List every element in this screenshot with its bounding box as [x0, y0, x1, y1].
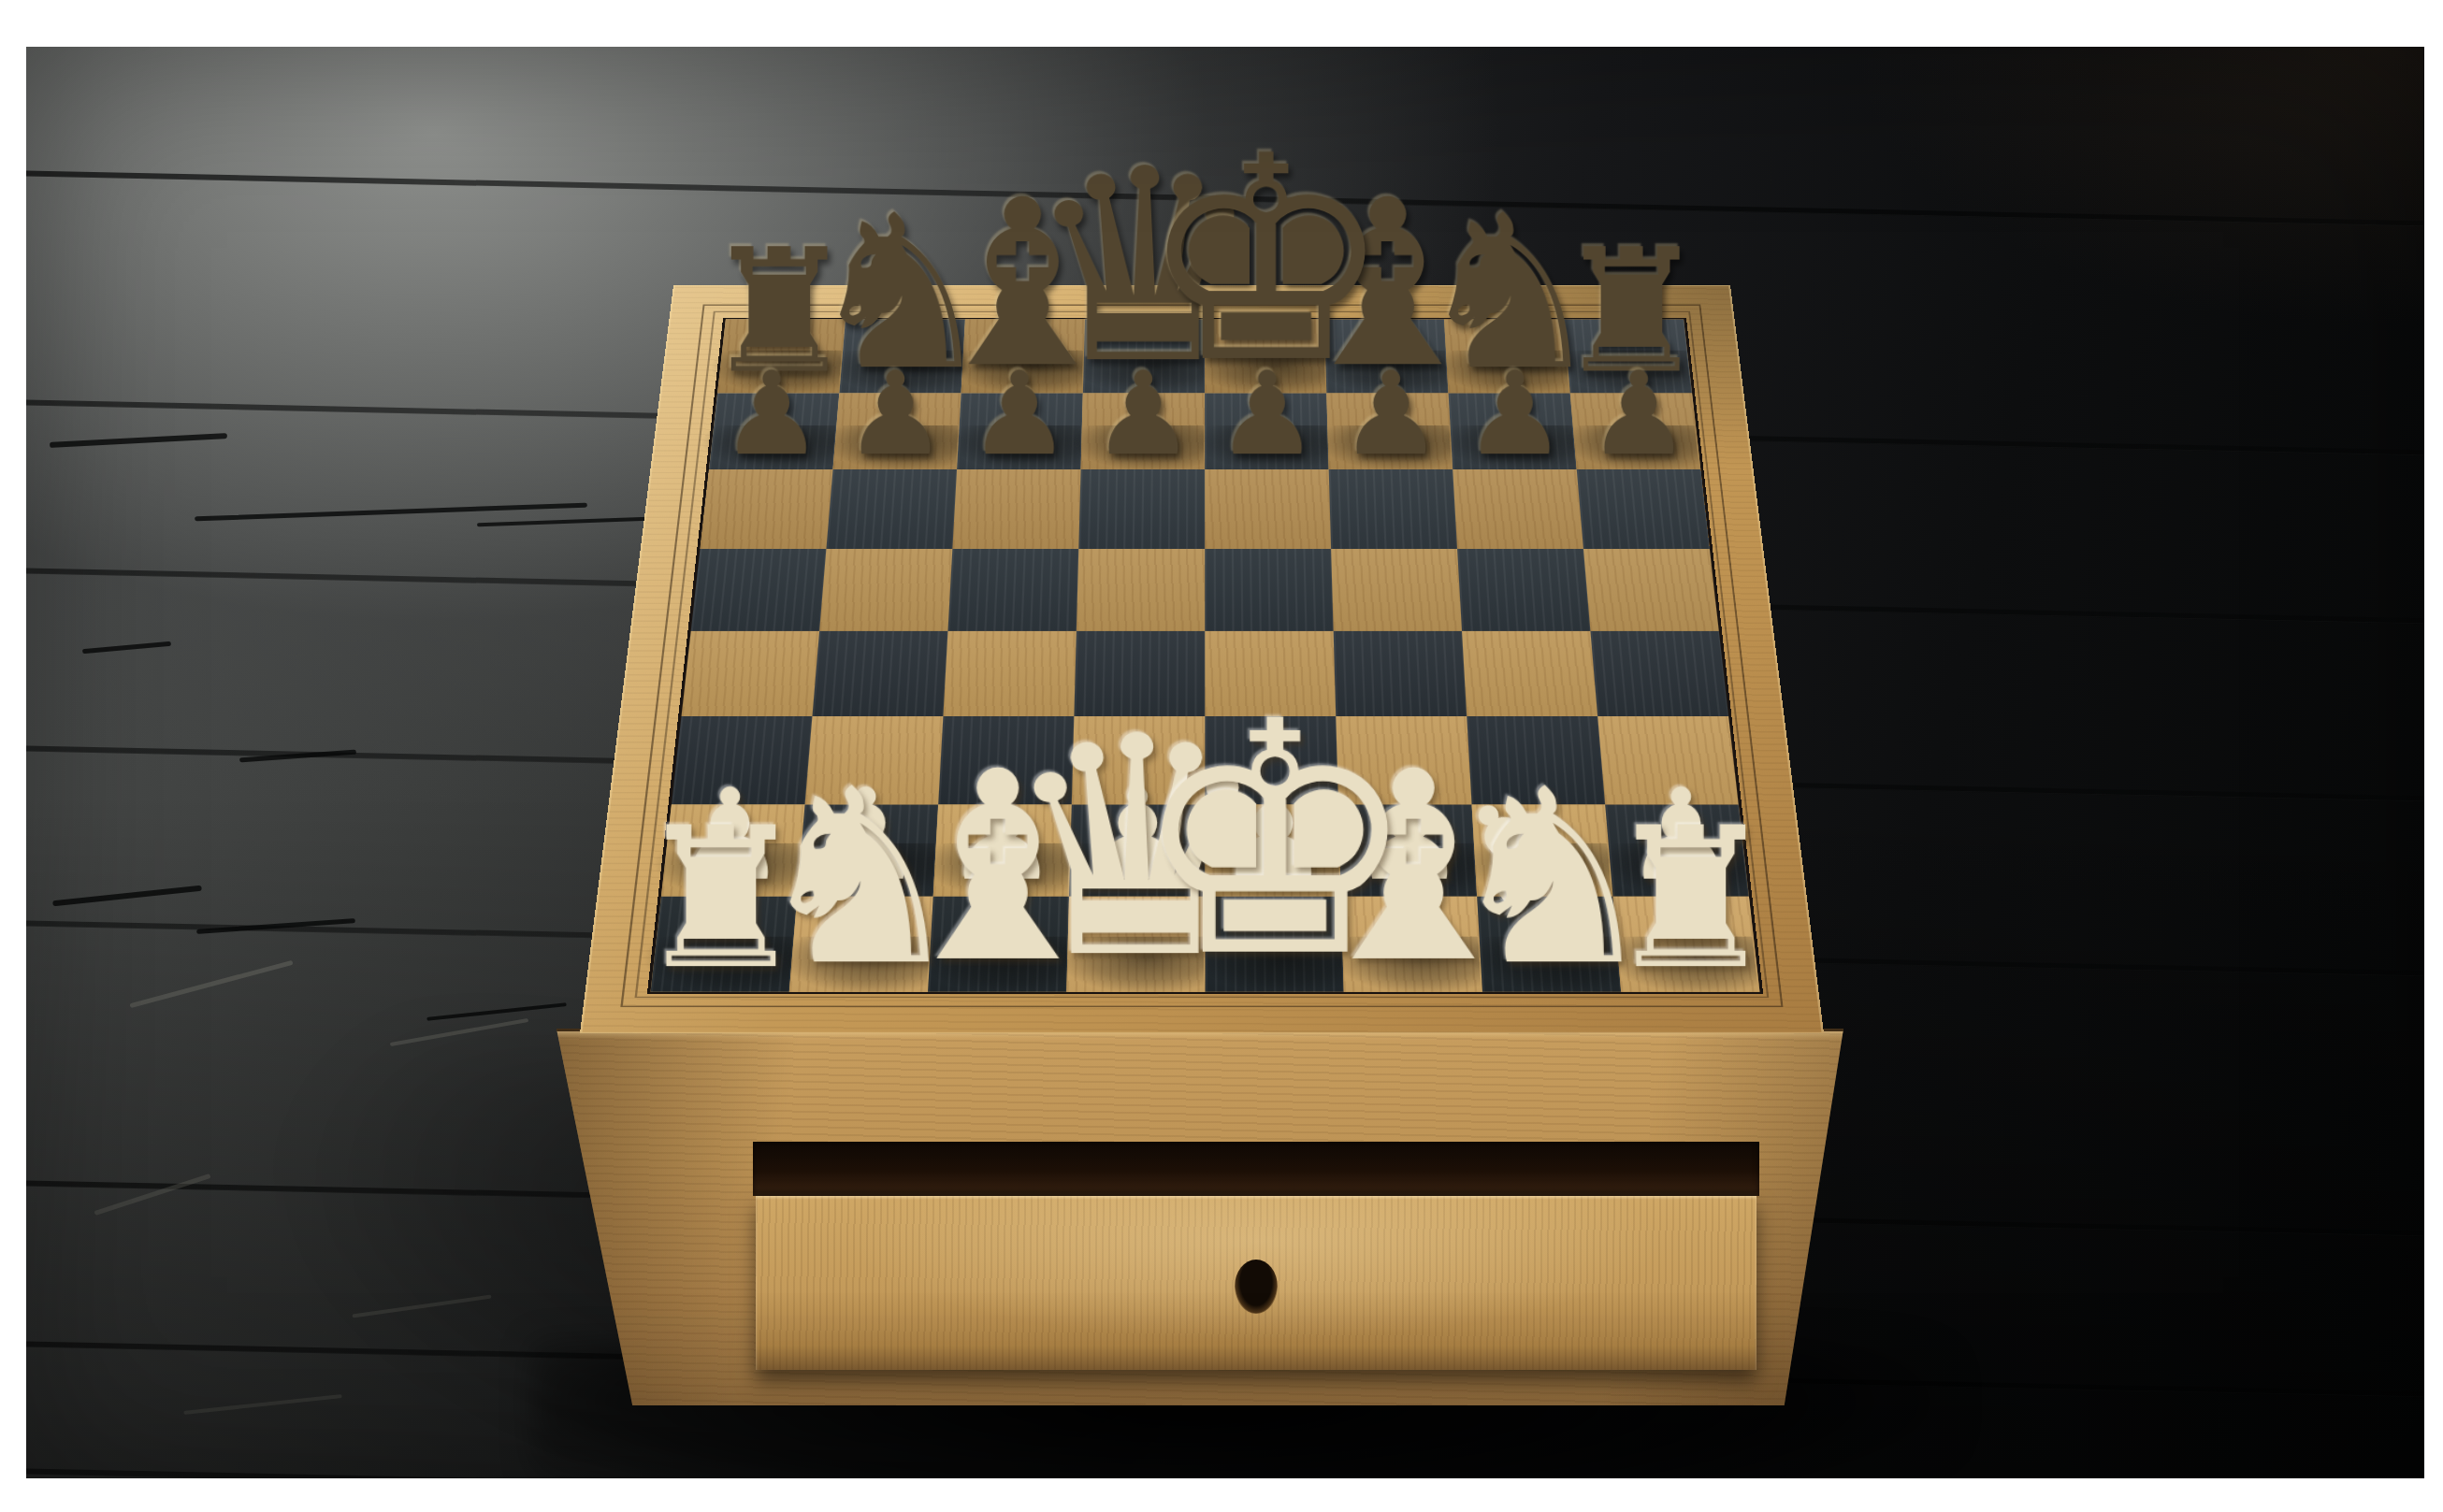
- square-d5: [1077, 549, 1205, 631]
- chess-box-front: [557, 1029, 1843, 1405]
- floor-scratch: [195, 503, 587, 522]
- product-photo: ♜♞♝♛♚♝♞♜♟♟♟♟♟♟♟♟♟♟♟♟♟♟♟♟♜♞♝♛♚♝♞♜: [26, 47, 2424, 1478]
- square-h5: [1583, 549, 1719, 631]
- square-h4: [1590, 631, 1728, 716]
- square-g4: [1462, 631, 1597, 716]
- square-b4: [812, 631, 947, 716]
- square-e1: ♚: [1205, 897, 1343, 992]
- floor-scratch: [50, 433, 227, 448]
- piece-white-king: ♚: [1130, 693, 1418, 989]
- floor-scratch: [82, 641, 171, 654]
- square-f6: [1329, 469, 1457, 549]
- floor-scratch: [52, 886, 202, 907]
- square-h7: ♟: [1570, 393, 1700, 469]
- floor-scratch: [129, 960, 293, 1008]
- piece-white-knight: ♞: [750, 766, 967, 988]
- square-e6: [1205, 469, 1331, 549]
- square-a5: [691, 549, 827, 631]
- floor-scratch: [477, 517, 650, 526]
- square-b7: ♟: [833, 393, 961, 469]
- piece-black-pawn: ♟: [1091, 361, 1194, 467]
- piece-black-pawn: ♟: [1587, 361, 1690, 467]
- piece-black-pawn: ♟: [967, 361, 1070, 467]
- chess-board-3d: ♜♞♝♛♚♝♞♜♟♟♟♟♟♟♟♟♟♟♟♟♟♟♟♟♜♞♝♛♚♝♞♜: [580, 285, 1824, 1033]
- drawer-front: [756, 1196, 1756, 1370]
- square-f7: ♟: [1326, 393, 1453, 469]
- board-top: ♜♞♝♛♚♝♞♜♟♟♟♟♟♟♟♟♟♟♟♟♟♟♟♟♜♞♝♛♚♝♞♜: [580, 285, 1824, 1033]
- square-f5: [1331, 549, 1462, 631]
- square-e7: ♟: [1205, 393, 1329, 469]
- piece-white-knight: ♞: [1443, 766, 1660, 988]
- floor-scratch: [196, 918, 355, 934]
- square-b1: ♞: [789, 897, 933, 992]
- square-d6: [1078, 469, 1205, 549]
- piece-black-pawn: ♟: [1463, 361, 1566, 467]
- square-a7: ♟: [709, 393, 839, 469]
- drawer-slot: [753, 1142, 1759, 1196]
- drawer-finger-hole: [1235, 1260, 1278, 1314]
- square-d7: ♟: [1081, 393, 1206, 469]
- piece-black-pawn: ♟: [844, 361, 947, 467]
- floor-scratch: [426, 1002, 567, 1021]
- piece-black-pawn: ♟: [1339, 361, 1442, 467]
- square-g5: [1457, 549, 1590, 631]
- square-a6: [701, 469, 833, 549]
- square-b6: [826, 469, 957, 549]
- piece-black-pawn: ♟: [1215, 361, 1318, 467]
- square-e5: [1205, 549, 1333, 631]
- square-c5: [947, 549, 1078, 631]
- piece-black-pawn: ♟: [719, 361, 822, 467]
- square-g6: [1453, 469, 1583, 549]
- photo-frame: ♜♞♝♛♚♝♞♜♟♟♟♟♟♟♟♟♟♟♟♟♟♟♟♟♜♞♝♛♚♝♞♜: [0, 0, 2443, 1512]
- square-c7: ♟: [957, 393, 1083, 469]
- square-h6: [1577, 469, 1710, 549]
- floor-scratch: [94, 1174, 210, 1216]
- square-b5: [819, 549, 952, 631]
- board-grid: ♜♞♝♛♚♝♞♜♟♟♟♟♟♟♟♟♟♟♟♟♟♟♟♟♜♞♝♛♚♝♞♜: [647, 318, 1763, 995]
- floor-scratch: [239, 750, 356, 763]
- square-g7: ♟: [1449, 393, 1577, 469]
- square-g1: ♞: [1477, 897, 1621, 992]
- square-a4: [682, 631, 820, 716]
- square-c6: [952, 469, 1080, 549]
